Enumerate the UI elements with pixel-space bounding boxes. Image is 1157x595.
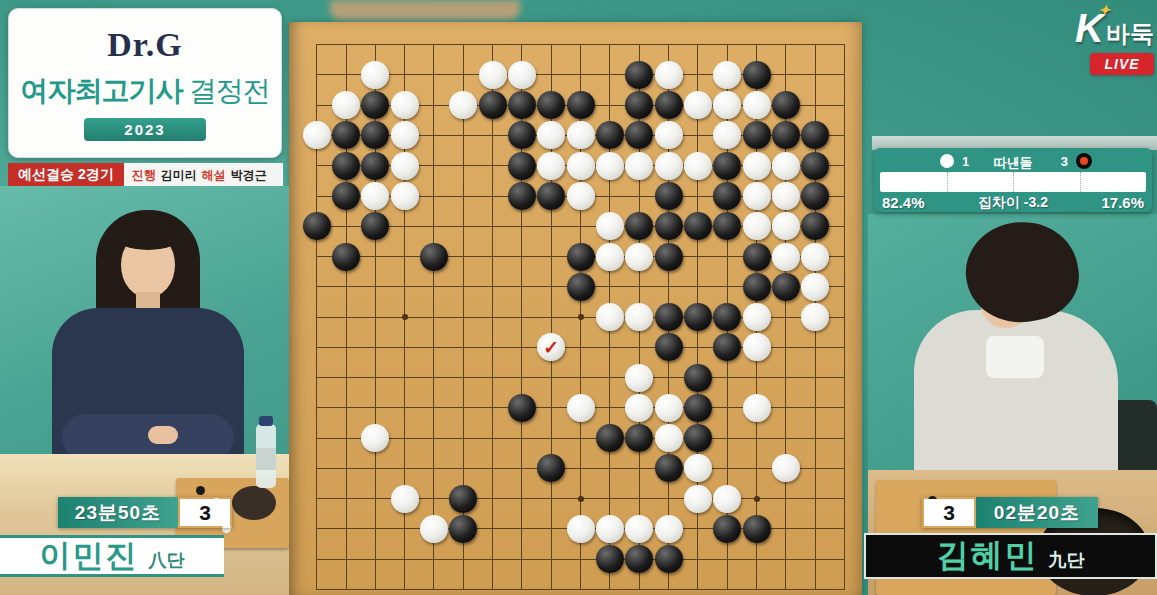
stone-white	[655, 515, 683, 543]
stone-white	[479, 61, 507, 89]
stone-white	[596, 212, 624, 240]
stone-black	[713, 303, 741, 331]
stone-black	[508, 121, 536, 149]
stone-white	[684, 91, 712, 119]
stone-white	[625, 303, 653, 331]
black-winrate: 17.6%	[1101, 194, 1144, 211]
stone-black	[361, 121, 389, 149]
stone-white	[743, 91, 771, 119]
stone-white	[449, 91, 477, 119]
channel-logo-text: 바둑	[1106, 18, 1154, 50]
stone-white	[801, 303, 829, 331]
stone-white	[743, 152, 771, 180]
stone-black	[655, 212, 683, 240]
stone-white	[772, 212, 800, 240]
stone-white	[684, 485, 712, 513]
stone-black	[772, 273, 800, 301]
stone-black	[508, 182, 536, 210]
stone-black	[684, 212, 712, 240]
stone-white	[684, 454, 712, 482]
stone-black	[743, 273, 771, 301]
right-player-name: 김혜민	[937, 534, 1039, 578]
right-clock-time: 02분20초	[976, 497, 1098, 528]
stone-black	[361, 91, 389, 119]
stone-black	[303, 212, 331, 240]
black-stone-icon	[1076, 153, 1092, 169]
left-byoyomi-count: 3	[180, 499, 230, 526]
stone-black	[743, 121, 771, 149]
stone-white	[303, 121, 331, 149]
left-player-name: 이민진	[40, 535, 139, 577]
stone-black	[713, 212, 741, 240]
stone-black	[772, 91, 800, 119]
stone-white	[391, 91, 419, 119]
stone-bowl-icon	[232, 486, 276, 520]
studio-background-object	[330, 0, 520, 20]
round-info-row: 예선결승 2경기 진행 김미리 해설 박경근	[8, 163, 283, 187]
star-point	[754, 496, 760, 502]
stone-black	[332, 152, 360, 180]
channel-logo-k: K✦	[1075, 6, 1104, 51]
stone-white	[625, 515, 653, 543]
stone-white	[567, 182, 595, 210]
stone-white	[537, 152, 565, 180]
host-name: 김미리	[161, 167, 197, 184]
stone-white	[625, 364, 653, 392]
stone-white	[743, 303, 771, 331]
stone-black	[361, 212, 389, 240]
stone-black	[596, 424, 624, 452]
tournament-logo-card: Dr.G 여자최고기사결정전 2023	[8, 8, 282, 158]
spark-icon: ✦	[1098, 2, 1110, 18]
stone-black	[625, 212, 653, 240]
stone-white	[655, 61, 683, 89]
stone-white	[391, 121, 419, 149]
stone-white	[361, 61, 389, 89]
stone-black	[655, 333, 683, 361]
stone-black	[655, 182, 683, 210]
stone-white	[743, 333, 771, 361]
black-captures: 3	[1061, 154, 1068, 169]
right-byoyomi-count: 3	[924, 499, 974, 526]
channel-logo: K✦ 바둑 LIVE	[1050, 6, 1154, 80]
stone-black	[596, 545, 624, 573]
stone-white	[801, 243, 829, 271]
stone-black	[743, 243, 771, 271]
stone-black	[713, 152, 741, 180]
host-label: 진행	[132, 167, 156, 184]
stone-black	[596, 121, 624, 149]
right-player-rank: 九단	[1049, 548, 1085, 572]
stone-black	[537, 91, 565, 119]
star-point	[578, 314, 584, 320]
stone-black	[625, 61, 653, 89]
stone-black	[743, 515, 771, 543]
stone-white	[743, 182, 771, 210]
stone-white	[361, 182, 389, 210]
stone-black	[332, 121, 360, 149]
stone-black	[801, 182, 829, 210]
stone-black	[684, 364, 712, 392]
captures-label: 따낸돌	[874, 154, 1152, 172]
stone-black	[420, 243, 448, 271]
stone-white	[713, 61, 741, 89]
stone-black	[713, 333, 741, 361]
stone-black	[801, 212, 829, 240]
left-player-clock: 23분50초 3	[58, 497, 232, 528]
stone-black	[625, 545, 653, 573]
stone-white	[596, 515, 624, 543]
stone-black	[655, 303, 683, 331]
stone-white	[420, 515, 448, 543]
stone-black	[655, 243, 683, 271]
stone-white	[537, 121, 565, 149]
broadcast-frame: ✓ Dr.G 여자최고기사결정전 2023 예선결승 2경기 진행 김미리 해설…	[0, 0, 1157, 595]
stone-black	[508, 91, 536, 119]
stone-white	[391, 182, 419, 210]
stone-white	[743, 212, 771, 240]
stone-white	[801, 273, 829, 301]
stone-black	[713, 182, 741, 210]
tournament-title-main: 여자최고기사	[21, 75, 183, 106]
stone-white	[655, 152, 683, 180]
right-player-clock: 3 02분20초	[922, 497, 1098, 528]
stone-white	[772, 182, 800, 210]
left-clock-time: 23분50초	[58, 497, 178, 528]
stone-white	[713, 485, 741, 513]
stone-white	[332, 91, 360, 119]
go-board: ✓	[289, 22, 862, 595]
stone-white	[655, 121, 683, 149]
stone-black	[537, 182, 565, 210]
stone-black	[361, 152, 389, 180]
stone-black	[772, 121, 800, 149]
stone-black	[449, 485, 477, 513]
stone-black	[713, 515, 741, 543]
stone-black	[567, 91, 595, 119]
stone-white	[596, 152, 624, 180]
left-player-hair-front	[112, 220, 184, 250]
stone-black	[801, 121, 829, 149]
stone-black	[567, 273, 595, 301]
stone-black	[537, 454, 565, 482]
stone-white	[772, 454, 800, 482]
stone-black	[567, 243, 595, 271]
sponsor-logo: Dr.G	[107, 26, 182, 64]
stone-white	[743, 394, 771, 422]
stone-black	[684, 303, 712, 331]
winrate-panel: 1 따낸돌 3 82.4% 집차이 -3.2 17.6%	[874, 148, 1152, 212]
stone-white	[713, 121, 741, 149]
captures-row: 1 따낸돌 3	[874, 153, 1152, 169]
stone-black	[332, 182, 360, 210]
star-point	[402, 314, 408, 320]
stone-white	[567, 394, 595, 422]
stone-black	[655, 545, 683, 573]
right-player-nameplate: 김혜민 九단	[864, 533, 1157, 579]
last-move-marker: ✓	[537, 333, 565, 361]
stone-white	[567, 152, 595, 180]
stone-white	[655, 424, 683, 452]
stone-black	[508, 152, 536, 180]
stone-white	[596, 243, 624, 271]
tournament-title: 여자최고기사결정전	[21, 72, 270, 110]
stone-white	[596, 303, 624, 331]
stone-black	[625, 424, 653, 452]
stone-black	[625, 91, 653, 119]
stone-white	[508, 61, 536, 89]
stone-black	[625, 121, 653, 149]
stone-white	[625, 394, 653, 422]
stone-black	[684, 424, 712, 452]
stone-white	[625, 152, 653, 180]
stone-white	[625, 243, 653, 271]
stone-black	[655, 454, 683, 482]
stone-black	[479, 91, 507, 119]
winrate-bar	[880, 172, 1146, 192]
stone-white	[772, 152, 800, 180]
stone-white	[772, 243, 800, 271]
stone-white	[567, 515, 595, 543]
stone-white	[391, 152, 419, 180]
commentator-name: 박경근	[231, 167, 267, 184]
commentator-label: 해설	[202, 167, 226, 184]
stone-black	[655, 91, 683, 119]
stone-white	[684, 152, 712, 180]
left-player-photo	[0, 186, 289, 595]
left-player-nameplate: 이민진 八단	[0, 535, 224, 577]
staff-strip: 진행 김미리 해설 박경근	[124, 163, 283, 187]
tournament-title-sub: 결정전	[189, 75, 270, 106]
stone-black	[508, 394, 536, 422]
stone-white	[361, 424, 389, 452]
stone-white	[567, 121, 595, 149]
tournament-year-ribbon: 2023	[84, 118, 205, 141]
stone-black	[332, 243, 360, 271]
stone-black	[449, 515, 477, 543]
round-badge: 예선결승 2경기	[8, 163, 124, 187]
live-badge: LIVE	[1090, 53, 1154, 75]
stone-white	[713, 91, 741, 119]
stone-black	[801, 152, 829, 180]
stone-white	[655, 394, 683, 422]
star-point	[578, 496, 584, 502]
stone-white	[391, 485, 419, 513]
stone-black	[684, 394, 712, 422]
stone-black	[743, 61, 771, 89]
left-player-rank: 八단	[149, 548, 185, 572]
